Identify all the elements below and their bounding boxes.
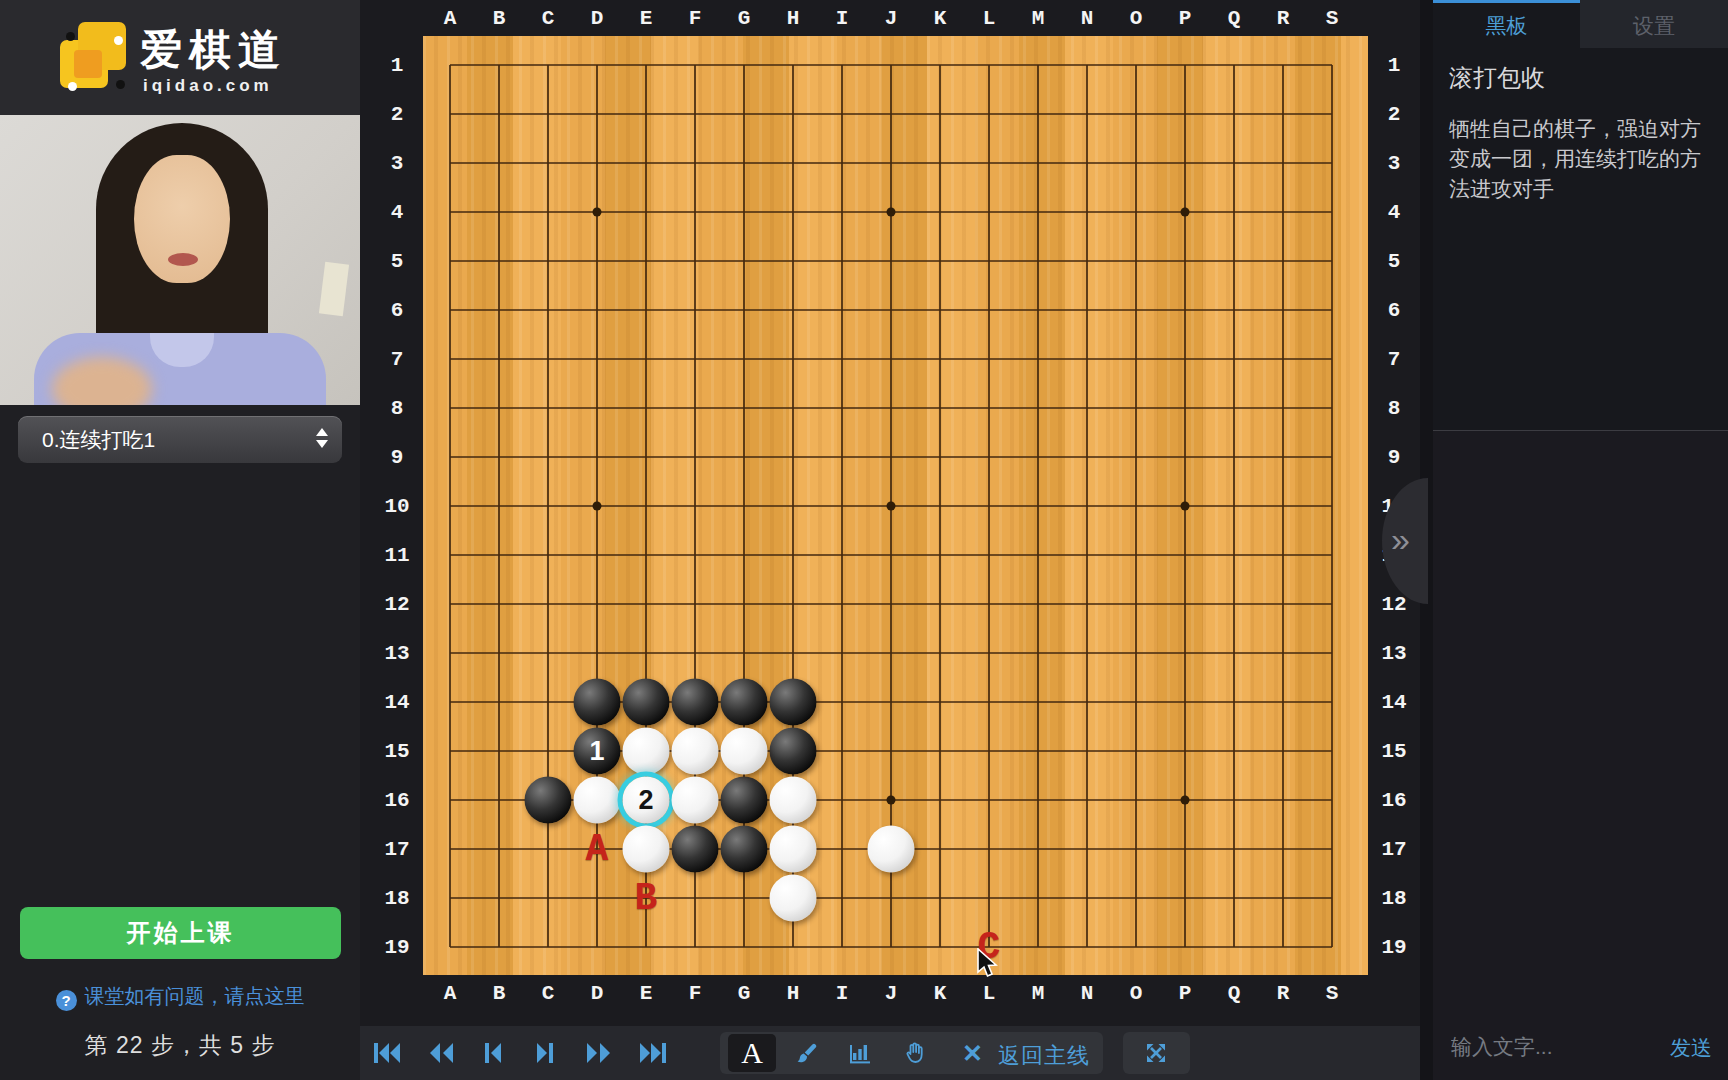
col-label-top-J: J: [885, 7, 898, 30]
blackboard-content: 滚打包收 牺牲自己的棋子，强迫对方变成一团，用连续打吃的方法进攻对手: [1433, 48, 1728, 431]
col-label-top-C: C: [542, 7, 555, 30]
col-label-bottom-S: S: [1326, 982, 1339, 1005]
col-label-bottom-F: F: [689, 982, 702, 1005]
bottom-toolbar: A ✕ 返回主线: [360, 1026, 1420, 1080]
stone-black-H14[interactable]: [770, 679, 817, 726]
stone-black-D14[interactable]: [574, 679, 621, 726]
step-back-icon[interactable]: [478, 1041, 508, 1065]
fullscreen-group: [1123, 1032, 1190, 1074]
board-area: 12 ABC A: [360, 0, 1420, 1080]
lesson-select-value: 0.连续打吃1: [42, 428, 155, 451]
col-label-top-E: E: [640, 7, 653, 30]
col-label-top-P: P: [1179, 7, 1192, 30]
brush-tool-icon[interactable]: [795, 1041, 819, 1065]
stone-white-F15[interactable]: [672, 728, 719, 775]
row-label-left-10: 10: [384, 495, 409, 518]
stone-white-G15[interactable]: [721, 728, 768, 775]
col-label-bottom-M: M: [1032, 982, 1045, 1005]
stone-black-E14[interactable]: [623, 679, 670, 726]
col-label-bottom-P: P: [1179, 982, 1192, 1005]
col-label-top-A: A: [444, 7, 457, 30]
instructor-webcam-video: [0, 115, 360, 405]
col-label-top-N: N: [1081, 7, 1094, 30]
row-label-left-3: 3: [391, 152, 404, 175]
col-label-bottom-O: O: [1130, 982, 1143, 1005]
row-label-right-17: 17: [1381, 838, 1406, 861]
row-label-left-13: 13: [384, 642, 409, 665]
row-label-right-14: 14: [1381, 691, 1406, 714]
stone-white-D16[interactable]: [574, 777, 621, 824]
help-link-label: 课堂如有问题，请点这里: [85, 985, 305, 1007]
col-label-bottom-E: E: [640, 982, 653, 1005]
col-label-top-G: G: [738, 7, 751, 30]
col-label-top-S: S: [1326, 7, 1339, 30]
mark-A-D17: A: [586, 828, 609, 871]
row-label-right-13: 13: [1381, 642, 1406, 665]
row-label-right-8: 8: [1388, 397, 1401, 420]
row-label-left-1: 1: [391, 54, 404, 77]
row-label-left-7: 7: [391, 348, 404, 371]
help-link[interactable]: ?课堂如有问题，请点这里: [0, 983, 360, 1011]
col-label-top-H: H: [787, 7, 800, 30]
row-label-left-18: 18: [384, 887, 409, 910]
wall-note: [319, 262, 349, 317]
col-label-bottom-K: K: [934, 982, 947, 1005]
col-label-bottom-B: B: [493, 982, 506, 1005]
col-label-bottom-N: N: [1081, 982, 1094, 1005]
logo-domain: iqidao.com: [143, 76, 273, 96]
iqidao-logo-icon: [56, 20, 128, 94]
col-label-bottom-L: L: [983, 982, 996, 1005]
row-label-right-3: 3: [1388, 152, 1401, 175]
row-label-left-6: 6: [391, 299, 404, 322]
row-label-right-12: 12: [1381, 593, 1406, 616]
stone-white-E16[interactable]: 2: [623, 777, 670, 824]
col-label-top-M: M: [1032, 7, 1045, 30]
col-label-bottom-I: I: [836, 982, 849, 1005]
mark-B-E18: B: [635, 877, 658, 920]
chevron-right-icon: »: [1391, 520, 1410, 559]
row-label-right-18: 18: [1381, 887, 1406, 910]
row-label-left-15: 15: [384, 740, 409, 763]
col-label-bottom-J: J: [885, 982, 898, 1005]
row-label-left-14: 14: [384, 691, 409, 714]
logo-block: 爱棋道 iqidao.com: [0, 0, 360, 115]
col-label-top-R: R: [1277, 7, 1290, 30]
col-label-bottom-D: D: [591, 982, 604, 1005]
right-panel: 黑板 设置 滚打包收 牺牲自己的棋子，强迫对方变成一团，用连续打吃的方法进攻对手…: [1433, 0, 1728, 1080]
row-label-right-9: 9: [1388, 446, 1401, 469]
stone-white-H17[interactable]: [770, 826, 817, 873]
stone-white-E17[interactable]: [623, 826, 670, 873]
start-class-button[interactable]: 开始上课: [20, 907, 341, 959]
hand-tool-icon[interactable]: [903, 1041, 927, 1065]
col-label-bottom-R: R: [1277, 982, 1290, 1005]
row-label-right-7: 7: [1388, 348, 1401, 371]
fullscreen-icon[interactable]: [1144, 1041, 1168, 1065]
stone-black-D15[interactable]: 1: [574, 728, 621, 775]
row-label-left-17: 17: [384, 838, 409, 861]
stone-black-G17[interactable]: [721, 826, 768, 873]
row-label-right-19: 19: [1381, 936, 1406, 959]
col-label-top-Q: Q: [1228, 7, 1241, 30]
stone-black-G16[interactable]: [721, 777, 768, 824]
step-counter: 第 22 步，共 5 步: [0, 1030, 360, 1061]
go-board-surface[interactable]: 12 ABC: [423, 36, 1368, 975]
row-label-right-15: 15: [1381, 740, 1406, 763]
col-label-bottom-A: A: [444, 982, 457, 1005]
return-mainline-button[interactable]: 返回主线: [998, 1041, 1090, 1071]
fast-back-icon[interactable]: [427, 1041, 457, 1065]
col-label-top-D: D: [591, 7, 604, 30]
fast-forward-icon[interactable]: [583, 1041, 613, 1065]
mouse-cursor: [976, 948, 1000, 980]
jump-start-icon[interactable]: [372, 1041, 402, 1065]
row-label-left-16: 16: [384, 789, 409, 812]
stone-white-H18[interactable]: [770, 875, 817, 922]
dropdown-arrows-icon: [316, 428, 328, 448]
row-label-left-4: 4: [391, 201, 404, 224]
col-label-bottom-C: C: [542, 982, 555, 1005]
annotation-tool-group: A ✕ 返回主线: [720, 1032, 1103, 1074]
logo-title: 爱棋道: [140, 22, 287, 78]
col-label-top-O: O: [1130, 7, 1143, 30]
col-label-bottom-H: H: [787, 982, 800, 1005]
jump-end-icon[interactable]: [638, 1041, 668, 1065]
lesson-topic-description: 牺牲自己的棋子，强迫对方变成一团，用连续打吃的方法进攻对手: [1449, 114, 1721, 204]
row-label-right-4: 4: [1388, 201, 1401, 224]
left-sidebar: 爱棋道 iqidao.com 0.连续打吃1 开始上课 ?课堂如有问题，请点这里…: [0, 0, 360, 1080]
stone-black-H15[interactable]: [770, 728, 817, 775]
chat-input-row: 发送: [1433, 1020, 1728, 1080]
lesson-select-dropdown[interactable]: 0.连续打吃1: [18, 416, 342, 463]
lesson-topic-title: 滚打包收: [1449, 62, 1545, 94]
row-label-left-11: 11: [384, 544, 409, 567]
row-label-left-5: 5: [391, 250, 404, 273]
text-tool-button[interactable]: A: [728, 1034, 776, 1072]
stone-black-G14[interactable]: [721, 679, 768, 726]
stone-black-C16[interactable]: [525, 777, 572, 824]
send-button[interactable]: 发送: [1670, 1034, 1712, 1062]
app-window: 爱棋道 iqidao.com 0.连续打吃1 开始上课 ?课堂如有问题，请点这里…: [0, 0, 1728, 1080]
stone-white-H16[interactable]: [770, 777, 817, 824]
row-label-left-12: 12: [384, 593, 409, 616]
tab-settings[interactable]: 设置: [1580, 0, 1728, 48]
row-label-right-6: 6: [1388, 299, 1401, 322]
col-label-top-I: I: [836, 7, 849, 30]
col-label-bottom-Q: Q: [1228, 982, 1241, 1005]
chart-tool-icon[interactable]: [848, 1041, 872, 1065]
row-label-right-2: 2: [1388, 103, 1401, 126]
stone-black-F14[interactable]: [672, 679, 719, 726]
stone-white-E15[interactable]: [623, 728, 670, 775]
row-label-left-9: 9: [391, 446, 404, 469]
col-label-top-K: K: [934, 7, 947, 30]
row-label-right-5: 5: [1388, 250, 1401, 273]
col-label-top-B: B: [493, 7, 506, 30]
row-label-left-19: 19: [384, 936, 409, 959]
row-label-left-2: 2: [391, 103, 404, 126]
row-label-right-16: 16: [1381, 789, 1406, 812]
row-label-right-1: 1: [1388, 54, 1401, 77]
question-circle-icon: ?: [56, 990, 77, 1011]
chat-input[interactable]: [1449, 1034, 1643, 1060]
erase-tool-icon[interactable]: ✕: [962, 1039, 983, 1068]
panel-tabs: 黑板 设置: [1433, 0, 1728, 48]
stone-white-F16[interactable]: [672, 777, 719, 824]
step-forward-icon[interactable]: [530, 1041, 560, 1065]
row-label-left-8: 8: [391, 397, 404, 420]
col-label-bottom-G: G: [738, 982, 751, 1005]
col-label-top-F: F: [689, 7, 702, 30]
tab-blackboard[interactable]: 黑板: [1433, 0, 1580, 48]
stone-black-F17[interactable]: [672, 826, 719, 873]
stone-white-J17[interactable]: [868, 826, 915, 873]
col-label-top-L: L: [983, 7, 996, 30]
